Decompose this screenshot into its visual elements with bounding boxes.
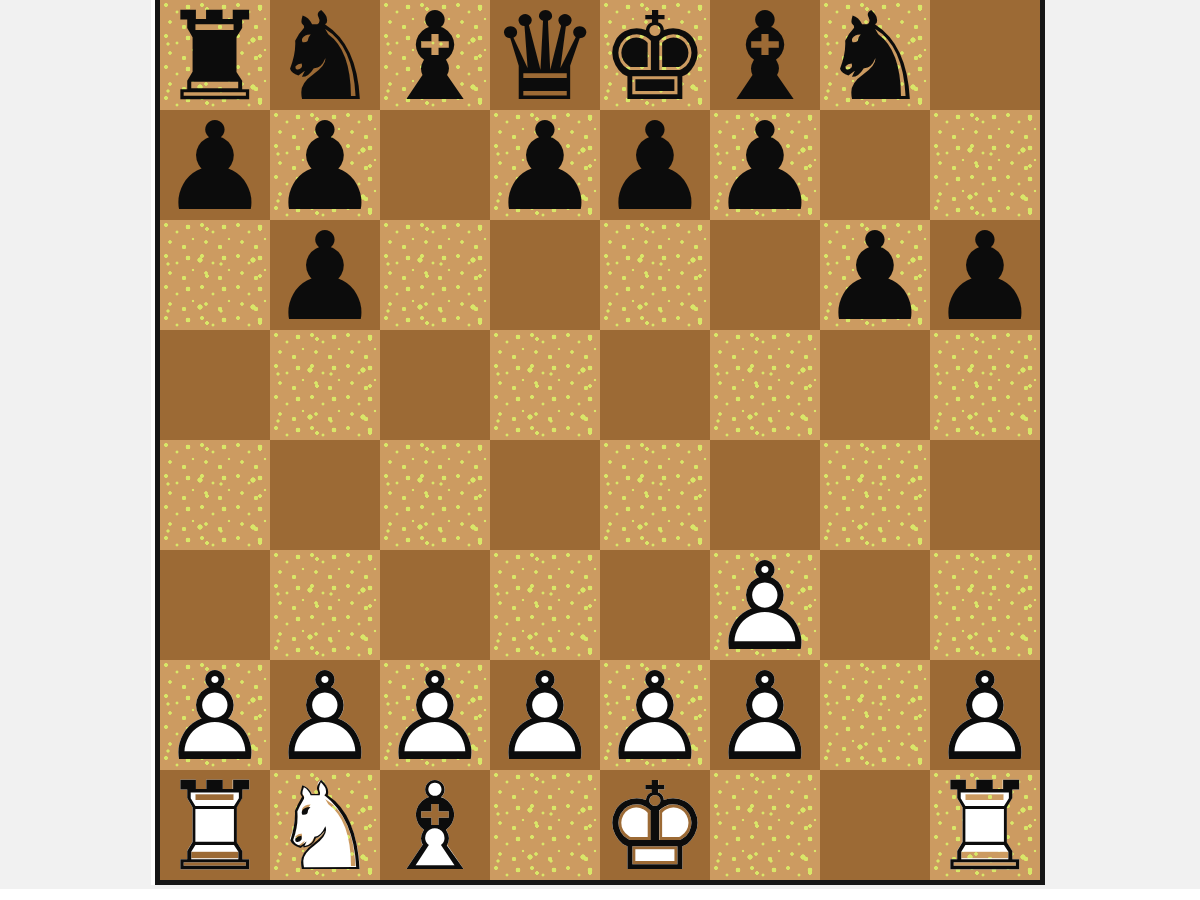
square-d8[interactable]: ♛ [490, 0, 600, 110]
white-knight-outline: ♘ [270, 772, 379, 882]
square-a7[interactable]: ♟ [160, 110, 270, 220]
square-g3[interactable] [820, 550, 930, 660]
square-g5[interactable] [820, 330, 930, 440]
square-b7[interactable]: ♟ [270, 110, 380, 220]
bottom-margin [0, 889, 1200, 900]
square-b6[interactable]: ♟ [270, 220, 380, 330]
square-c5[interactable] [380, 330, 490, 440]
square-b1[interactable]: ♞♘ [270, 770, 380, 880]
square-a1[interactable]: ♜♖ [160, 770, 270, 880]
square-f2[interactable]: ♟♙ [710, 660, 820, 770]
square-c4[interactable] [380, 440, 490, 550]
square-g1[interactable] [820, 770, 930, 880]
white-pawn-outline: ♙ [710, 662, 819, 772]
piece-white-pawn[interactable]: ♟♙ [270, 660, 380, 770]
square-e2[interactable]: ♟♙ [600, 660, 710, 770]
square-b5[interactable] [270, 330, 380, 440]
square-e1[interactable]: ♚♔ [600, 770, 710, 880]
square-d4[interactable] [490, 440, 600, 550]
square-c6[interactable] [380, 220, 490, 330]
piece-black-pawn[interactable]: ♟ [820, 220, 930, 330]
square-f8[interactable]: ♝ [710, 0, 820, 110]
square-h7[interactable] [930, 110, 1040, 220]
board-grid: ♜♞♝♛♚♝♞♟♟♟♟♟♟♟♟♟♙♟♙♟♙♟♙♟♙♟♙♟♙♟♙♜♖♞♘♝♗♚♔♜… [160, 0, 1040, 880]
square-f1[interactable] [710, 770, 820, 880]
chess-board: ♜♞♝♛♚♝♞♟♟♟♟♟♟♟♟♟♙♟♙♟♙♟♙♟♙♟♙♟♙♟♙♜♖♞♘♝♗♚♔♜… [155, 0, 1045, 885]
square-d3[interactable] [490, 550, 600, 660]
square-d7[interactable]: ♟ [490, 110, 600, 220]
square-f7[interactable]: ♟ [710, 110, 820, 220]
square-g4[interactable] [820, 440, 930, 550]
piece-white-rook[interactable]: ♜♖ [160, 770, 270, 880]
piece-black-pawn[interactable]: ♟ [710, 110, 820, 220]
square-f6[interactable] [710, 220, 820, 330]
square-b2[interactable]: ♟♙ [270, 660, 380, 770]
piece-black-rook[interactable]: ♜ [160, 0, 270, 110]
square-f4[interactable] [710, 440, 820, 550]
white-bishop-outline: ♗ [380, 772, 489, 882]
square-b8[interactable]: ♞ [270, 0, 380, 110]
square-f5[interactable] [710, 330, 820, 440]
piece-black-bishop[interactable]: ♝ [380, 0, 490, 110]
square-h3[interactable] [930, 550, 1040, 660]
page-background: { "game": "chess", "position": { "fen": … [0, 0, 1200, 900]
square-a3[interactable] [160, 550, 270, 660]
piece-white-rook[interactable]: ♜♖ [930, 770, 1040, 880]
piece-black-pawn[interactable]: ♟ [600, 110, 710, 220]
square-e3[interactable] [600, 550, 710, 660]
square-a6[interactable] [160, 220, 270, 330]
black-pawn-glyph: ♟ [820, 222, 929, 332]
piece-black-king[interactable]: ♚ [600, 0, 710, 110]
square-b4[interactable] [270, 440, 380, 550]
black-pawn-glyph: ♟ [160, 112, 269, 222]
square-d2[interactable]: ♟♙ [490, 660, 600, 770]
square-d6[interactable] [490, 220, 600, 330]
white-king-outline: ♔ [600, 772, 709, 882]
piece-white-pawn[interactable]: ♟♙ [380, 660, 490, 770]
black-knight-glyph: ♞ [820, 2, 929, 112]
square-h1[interactable]: ♜♖ [930, 770, 1040, 880]
piece-black-knight[interactable]: ♞ [820, 0, 930, 110]
white-pawn-outline: ♙ [490, 662, 599, 772]
piece-white-bishop[interactable]: ♝♗ [380, 770, 490, 880]
square-c3[interactable] [380, 550, 490, 660]
piece-white-pawn[interactable]: ♟♙ [600, 660, 710, 770]
white-rook-outline: ♖ [930, 772, 1039, 882]
piece-black-pawn[interactable]: ♟ [490, 110, 600, 220]
piece-white-knight[interactable]: ♞♘ [270, 770, 380, 880]
square-h2[interactable]: ♟♙ [930, 660, 1040, 770]
square-c2[interactable]: ♟♙ [380, 660, 490, 770]
square-d1[interactable] [490, 770, 600, 880]
square-g7[interactable] [820, 110, 930, 220]
black-bishop-glyph: ♝ [380, 2, 489, 112]
piece-black-pawn[interactable]: ♟ [930, 220, 1040, 330]
piece-black-queen[interactable]: ♛ [490, 0, 600, 110]
piece-white-pawn[interactable]: ♟♙ [490, 660, 600, 770]
square-a5[interactable] [160, 330, 270, 440]
square-h5[interactable] [930, 330, 1040, 440]
square-g8[interactable]: ♞ [820, 0, 930, 110]
black-pawn-glyph: ♟ [710, 112, 819, 222]
piece-black-pawn[interactable]: ♟ [160, 110, 270, 220]
black-pawn-glyph: ♟ [490, 112, 599, 222]
square-b3[interactable] [270, 550, 380, 660]
piece-white-pawn[interactable]: ♟♙ [710, 550, 820, 660]
square-a4[interactable] [160, 440, 270, 550]
white-rook-outline: ♖ [160, 772, 269, 882]
square-c8[interactable]: ♝ [380, 0, 490, 110]
square-e8[interactable]: ♚ [600, 0, 710, 110]
square-h6[interactable]: ♟ [930, 220, 1040, 330]
square-d5[interactable] [490, 330, 600, 440]
square-g6[interactable]: ♟ [820, 220, 930, 330]
piece-black-knight[interactable]: ♞ [270, 0, 380, 110]
square-h8[interactable] [930, 0, 1040, 110]
square-c1[interactable]: ♝♗ [380, 770, 490, 880]
square-a8[interactable]: ♜ [160, 0, 270, 110]
square-e4[interactable] [600, 440, 710, 550]
square-c7[interactable] [380, 110, 490, 220]
black-pawn-glyph: ♟ [600, 112, 709, 222]
square-e7[interactable]: ♟ [600, 110, 710, 220]
square-g2[interactable] [820, 660, 930, 770]
piece-white-pawn[interactable]: ♟♙ [930, 660, 1040, 770]
piece-black-bishop[interactable]: ♝ [710, 0, 820, 110]
piece-black-pawn[interactable]: ♟ [270, 110, 380, 220]
piece-white-pawn[interactable]: ♟♙ [710, 660, 820, 770]
black-pawn-glyph: ♟ [930, 222, 1039, 332]
square-e6[interactable] [600, 220, 710, 330]
piece-white-king[interactable]: ♚♔ [600, 770, 710, 880]
black-pawn-glyph: ♟ [270, 222, 379, 332]
square-f3[interactable]: ♟♙ [710, 550, 820, 660]
piece-black-pawn[interactable]: ♟ [270, 220, 380, 330]
square-e5[interactable] [600, 330, 710, 440]
square-a2[interactable]: ♟♙ [160, 660, 270, 770]
square-h4[interactable] [930, 440, 1040, 550]
piece-white-pawn[interactable]: ♟♙ [160, 660, 270, 770]
